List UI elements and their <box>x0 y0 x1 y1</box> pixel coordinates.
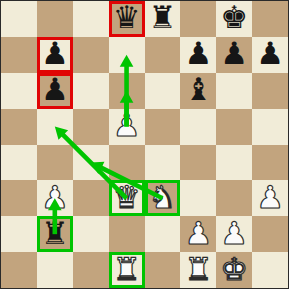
white-king[interactable]: ♚ <box>220 254 248 285</box>
square-e3[interactable]: ♞ <box>145 180 181 216</box>
square-e1[interactable] <box>145 252 181 288</box>
white-knight[interactable]: ♞ <box>149 182 177 213</box>
square-h6[interactable] <box>252 73 288 109</box>
square-g5[interactable] <box>216 109 252 145</box>
black-pawn[interactable]: ♟ <box>184 38 212 69</box>
square-a1[interactable] <box>1 252 37 288</box>
square-a8[interactable] <box>1 1 37 37</box>
chess-board[interactable]: ♛♜♚♟♟♟♟♟♝♟♟♛♞♟♜♟♟♜♜♚ <box>0 0 289 289</box>
black-pawn[interactable]: ♟ <box>41 38 69 69</box>
black-rook[interactable]: ♜ <box>149 2 177 33</box>
square-h8[interactable] <box>252 1 288 37</box>
square-f4[interactable] <box>180 145 216 181</box>
square-a6[interactable] <box>1 73 37 109</box>
square-e4[interactable] <box>145 145 181 181</box>
square-f5[interactable] <box>180 109 216 145</box>
square-d7[interactable] <box>109 37 145 73</box>
square-f2[interactable]: ♟ <box>180 216 216 252</box>
black-rook[interactable]: ♜ <box>41 218 69 249</box>
square-h3[interactable]: ♟ <box>252 180 288 216</box>
square-d1[interactable]: ♜ <box>109 252 145 288</box>
square-f3[interactable] <box>180 180 216 216</box>
square-e6[interactable] <box>145 73 181 109</box>
square-d5[interactable]: ♟ <box>109 109 145 145</box>
square-a2[interactable] <box>1 216 37 252</box>
square-f8[interactable] <box>180 1 216 37</box>
square-e8[interactable]: ♜ <box>145 1 181 37</box>
white-rook[interactable]: ♜ <box>184 254 212 285</box>
square-g8[interactable]: ♚ <box>216 1 252 37</box>
square-c5[interactable] <box>73 109 109 145</box>
square-a3[interactable] <box>1 180 37 216</box>
square-b7[interactable]: ♟ <box>37 37 73 73</box>
square-c1[interactable] <box>73 252 109 288</box>
square-g2[interactable]: ♟ <box>216 216 252 252</box>
black-bishop[interactable]: ♝ <box>184 74 212 105</box>
black-pawn[interactable]: ♟ <box>41 74 69 105</box>
square-a7[interactable] <box>1 37 37 73</box>
square-f6[interactable]: ♝ <box>180 73 216 109</box>
square-c6[interactable] <box>73 73 109 109</box>
black-queen[interactable]: ♛ <box>113 2 141 33</box>
square-g7[interactable]: ♟ <box>216 37 252 73</box>
chess-board-screenshot: ♛♜♚♟♟♟♟♟♝♟♟♛♞♟♜♟♟♜♜♚ <box>0 0 289 289</box>
square-a4[interactable] <box>1 145 37 181</box>
square-d4[interactable] <box>109 145 145 181</box>
white-pawn[interactable]: ♟ <box>41 182 69 213</box>
white-pawn[interactable]: ♟ <box>184 218 212 249</box>
white-pawn[interactable]: ♟ <box>256 182 284 213</box>
square-d3[interactable]: ♛ <box>109 180 145 216</box>
square-b6[interactable]: ♟ <box>37 73 73 109</box>
square-b4[interactable] <box>37 145 73 181</box>
square-b3[interactable]: ♟ <box>37 180 73 216</box>
square-d8[interactable]: ♛ <box>109 1 145 37</box>
square-a5[interactable] <box>1 109 37 145</box>
black-pawn[interactable]: ♟ <box>220 38 248 69</box>
black-king[interactable]: ♚ <box>220 2 248 33</box>
square-h4[interactable] <box>252 145 288 181</box>
square-e7[interactable] <box>145 37 181 73</box>
square-h2[interactable] <box>252 216 288 252</box>
square-c7[interactable] <box>73 37 109 73</box>
square-h7[interactable]: ♟ <box>252 37 288 73</box>
square-f1[interactable]: ♜ <box>180 252 216 288</box>
square-f7[interactable]: ♟ <box>180 37 216 73</box>
square-c4[interactable] <box>73 145 109 181</box>
white-rook[interactable]: ♜ <box>113 254 141 285</box>
square-b8[interactable] <box>37 1 73 37</box>
square-e2[interactable] <box>145 216 181 252</box>
square-g6[interactable] <box>216 73 252 109</box>
white-pawn[interactable]: ♟ <box>113 110 141 141</box>
square-g4[interactable] <box>216 145 252 181</box>
square-d6[interactable] <box>109 73 145 109</box>
white-pawn[interactable]: ♟ <box>220 218 248 249</box>
square-c2[interactable] <box>73 216 109 252</box>
square-g3[interactable] <box>216 180 252 216</box>
square-e5[interactable] <box>145 109 181 145</box>
square-d2[interactable] <box>109 216 145 252</box>
white-queen[interactable]: ♛ <box>113 182 141 213</box>
black-pawn[interactable]: ♟ <box>256 38 284 69</box>
square-c3[interactable] <box>73 180 109 216</box>
square-b1[interactable] <box>37 252 73 288</box>
square-g1[interactable]: ♚ <box>216 252 252 288</box>
square-c8[interactable] <box>73 1 109 37</box>
square-b5[interactable] <box>37 109 73 145</box>
square-h1[interactable] <box>252 252 288 288</box>
square-h5[interactable] <box>252 109 288 145</box>
square-b2[interactable]: ♜ <box>37 216 73 252</box>
